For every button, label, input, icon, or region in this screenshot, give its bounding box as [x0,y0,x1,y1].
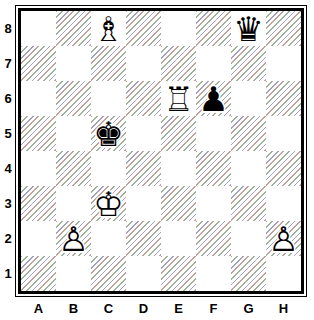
square-h6[interactable] [266,81,301,116]
square-f7[interactable] [196,46,231,81]
square-e2[interactable] [161,221,196,256]
square-c5[interactable]: ♚♚ [91,116,126,151]
square-e7[interactable] [161,46,196,81]
square-c7[interactable] [91,46,126,81]
piece-halo: ♝ [91,11,126,46]
piece-halo: ♟ [196,81,231,116]
square-d8[interactable] [126,11,161,46]
square-e3[interactable] [161,186,196,221]
square-a3[interactable] [21,186,56,221]
square-c6[interactable] [91,81,126,116]
square-b8[interactable] [56,11,91,46]
file-label-e: E [161,301,196,316]
square-h7[interactable] [266,46,301,81]
piece-white-king[interactable]: ♔ [91,186,126,221]
square-a1[interactable] [21,256,56,291]
rank-label-5: 5 [1,116,15,151]
square-g2[interactable] [231,221,266,256]
square-g6[interactable] [231,81,266,116]
square-e4[interactable] [161,151,196,186]
file-label-h: H [266,301,301,316]
square-b6[interactable] [56,81,91,116]
square-c3[interactable]: ♚♔ [91,186,126,221]
square-e5[interactable] [161,116,196,151]
piece-white-pawn[interactable]: ♙ [56,221,91,256]
square-h4[interactable] [266,151,301,186]
square-d3[interactable] [126,186,161,221]
square-d7[interactable] [126,46,161,81]
square-g5[interactable] [231,116,266,151]
square-e6[interactable]: ♜♖ [161,81,196,116]
square-d4[interactable] [126,151,161,186]
square-g8[interactable]: ♛♛ [231,11,266,46]
piece-white-pawn[interactable]: ♙ [266,221,301,256]
square-f6[interactable]: ♟♟ [196,81,231,116]
file-label-f: F [196,301,231,316]
square-f5[interactable] [196,116,231,151]
square-d1[interactable] [126,256,161,291]
piece-halo: ♟ [56,221,91,256]
square-f8[interactable] [196,11,231,46]
chess-diagram: 87654321 ♝♗♛♛♜♖♟♟♚♚♚♔♟♙♟♙ ABCDEFGH [1,5,307,316]
piece-halo: ♚ [91,116,126,151]
square-g1[interactable] [231,256,266,291]
square-h3[interactable] [266,186,301,221]
piece-black-pawn[interactable]: ♟ [196,81,231,116]
square-e8[interactable] [161,11,196,46]
square-c4[interactable] [91,151,126,186]
square-h5[interactable] [266,116,301,151]
rank-label-6: 6 [1,81,15,116]
square-g3[interactable] [231,186,266,221]
square-g7[interactable] [231,46,266,81]
rank-labels: 87654321 [1,5,15,297]
piece-white-bishop[interactable]: ♗ [91,11,126,46]
square-f2[interactable] [196,221,231,256]
square-h8[interactable] [266,11,301,46]
piece-halo: ♛ [231,11,266,46]
square-b3[interactable] [56,186,91,221]
square-a7[interactable] [21,46,56,81]
square-g4[interactable] [231,151,266,186]
square-a6[interactable] [21,81,56,116]
rank-label-8: 8 [1,11,15,46]
square-c8[interactable]: ♝♗ [91,11,126,46]
piece-halo: ♚ [91,186,126,221]
square-f3[interactable] [196,186,231,221]
piece-black-queen[interactable]: ♛ [231,11,266,46]
rank-label-1: 1 [1,256,15,291]
board-frame: ♝♗♛♛♜♖♟♟♚♚♚♔♟♙♟♙ [15,5,307,297]
piece-halo: ♟ [266,221,301,256]
square-c1[interactable] [91,256,126,291]
rank-label-4: 4 [1,151,15,186]
square-b4[interactable] [56,151,91,186]
square-b1[interactable] [56,256,91,291]
square-b2[interactable]: ♟♙ [56,221,91,256]
file-label-c: C [91,301,126,316]
square-f4[interactable] [196,151,231,186]
piece-white-rook[interactable]: ♖ [161,81,196,116]
square-d2[interactable] [126,221,161,256]
square-c2[interactable] [91,221,126,256]
square-h1[interactable] [266,256,301,291]
file-label-d: D [126,301,161,316]
square-a8[interactable] [21,11,56,46]
square-e1[interactable] [161,256,196,291]
square-a4[interactable] [21,151,56,186]
rank-label-7: 7 [1,46,15,81]
square-d6[interactable] [126,81,161,116]
square-b5[interactable] [56,116,91,151]
file-label-a: A [21,301,56,316]
piece-black-king[interactable]: ♚ [91,116,126,151]
file-labels: ABCDEFGH [15,297,307,316]
chess-board: ♝♗♛♛♜♖♟♟♚♚♚♔♟♙♟♙ [18,8,304,294]
rank-label-2: 2 [1,221,15,256]
square-h2[interactable]: ♟♙ [266,221,301,256]
square-b7[interactable] [56,46,91,81]
square-a2[interactable] [21,221,56,256]
corner-spacer [1,297,15,316]
file-label-b: B [56,301,91,316]
square-d5[interactable] [126,116,161,151]
square-a5[interactable] [21,116,56,151]
file-label-g: G [231,301,266,316]
rank-label-3: 3 [1,186,15,221]
square-f1[interactable] [196,256,231,291]
piece-halo: ♜ [161,81,196,116]
